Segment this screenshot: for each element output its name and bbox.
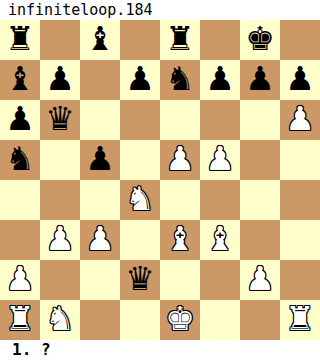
piece-black-bishop: ♝ (5, 59, 35, 99)
square-c3[interactable]: ♟ (80, 220, 120, 260)
square-d1[interactable] (120, 300, 160, 340)
square-d4[interactable]: ♞ (120, 180, 160, 220)
square-c2[interactable] (80, 260, 120, 300)
square-c5[interactable]: ♟ (80, 140, 120, 180)
piece-black-knight: ♞ (165, 59, 195, 99)
square-b6[interactable]: ♛ (40, 100, 80, 140)
square-e7[interactable]: ♞ (160, 60, 200, 100)
square-g1[interactable] (240, 300, 280, 340)
square-h4[interactable] (280, 180, 320, 220)
square-d8[interactable] (120, 20, 160, 60)
square-c4[interactable] (80, 180, 120, 220)
square-e2[interactable] (160, 260, 200, 300)
square-a5[interactable]: ♞ (0, 140, 40, 180)
square-f8[interactable] (200, 20, 240, 60)
piece-white-rook: ♜ (285, 299, 315, 339)
square-g5[interactable] (240, 140, 280, 180)
piece-white-pawn: ♟ (165, 139, 195, 179)
piece-white-pawn: ♟ (85, 219, 115, 259)
square-f4[interactable] (200, 180, 240, 220)
piece-black-knight: ♞ (5, 139, 35, 179)
square-h2[interactable] (280, 260, 320, 300)
square-h7[interactable]: ♟ (280, 60, 320, 100)
square-c7[interactable] (80, 60, 120, 100)
piece-white-pawn: ♟ (5, 259, 35, 299)
piece-black-pawn: ♟ (85, 139, 115, 179)
square-f1[interactable] (200, 300, 240, 340)
piece-black-pawn: ♟ (125, 59, 155, 99)
square-f6[interactable] (200, 100, 240, 140)
square-e3[interactable]: ♝ (160, 220, 200, 260)
square-a3[interactable] (0, 220, 40, 260)
square-f2[interactable] (200, 260, 240, 300)
piece-white-bishop: ♝ (165, 219, 195, 259)
piece-white-pawn: ♟ (285, 99, 315, 139)
square-b1[interactable]: ♞ (40, 300, 80, 340)
piece-black-pawn: ♟ (5, 99, 35, 139)
square-b5[interactable] (40, 140, 80, 180)
square-g7[interactable]: ♟ (240, 60, 280, 100)
square-e8[interactable]: ♜ (160, 20, 200, 60)
piece-white-knight: ♞ (125, 179, 155, 219)
square-e6[interactable] (160, 100, 200, 140)
square-c1[interactable] (80, 300, 120, 340)
piece-white-pawn: ♟ (205, 139, 235, 179)
piece-black-queen: ♛ (125, 259, 155, 299)
square-g2[interactable]: ♟ (240, 260, 280, 300)
square-h3[interactable] (280, 220, 320, 260)
square-f7[interactable]: ♟ (200, 60, 240, 100)
square-a4[interactable] (0, 180, 40, 220)
square-d2[interactable]: ♛ (120, 260, 160, 300)
piece-white-knight: ♞ (45, 299, 75, 339)
square-c8[interactable]: ♝ (80, 20, 120, 60)
chess-board: ♜♝♜♚♝♟♟♞♟♟♟♟♛♟♞♟♟♟♞♟♟♝♝♟♛♟♜♞♚♜ (0, 20, 320, 340)
square-h8[interactable] (280, 20, 320, 60)
square-e5[interactable]: ♟ (160, 140, 200, 180)
square-d7[interactable]: ♟ (120, 60, 160, 100)
piece-white-bishop: ♝ (205, 219, 235, 259)
square-d6[interactable] (120, 100, 160, 140)
square-h5[interactable] (280, 140, 320, 180)
square-b2[interactable] (40, 260, 80, 300)
move-prompt: 1. ? (0, 340, 320, 360)
piece-white-pawn: ♟ (245, 259, 275, 299)
piece-black-king: ♚ (245, 19, 275, 59)
square-b7[interactable]: ♟ (40, 60, 80, 100)
square-d3[interactable] (120, 220, 160, 260)
square-g8[interactable]: ♚ (240, 20, 280, 60)
piece-white-rook: ♜ (5, 299, 35, 339)
piece-black-pawn: ♟ (45, 59, 75, 99)
piece-black-pawn: ♟ (205, 59, 235, 99)
square-a7[interactable]: ♝ (0, 60, 40, 100)
square-g3[interactable] (240, 220, 280, 260)
square-b4[interactable] (40, 180, 80, 220)
square-e1[interactable]: ♚ (160, 300, 200, 340)
square-g6[interactable] (240, 100, 280, 140)
square-f3[interactable]: ♝ (200, 220, 240, 260)
piece-black-pawn: ♟ (245, 59, 275, 99)
square-h6[interactable]: ♟ (280, 100, 320, 140)
square-e4[interactable] (160, 180, 200, 220)
square-f5[interactable]: ♟ (200, 140, 240, 180)
piece-white-king: ♚ (165, 299, 195, 339)
square-h1[interactable]: ♜ (280, 300, 320, 340)
piece-black-rook: ♜ (165, 19, 195, 59)
square-a6[interactable]: ♟ (0, 100, 40, 140)
square-d5[interactable] (120, 140, 160, 180)
piece-black-bishop: ♝ (85, 19, 115, 59)
square-a2[interactable]: ♟ (0, 260, 40, 300)
square-b8[interactable] (40, 20, 80, 60)
piece-white-pawn: ♟ (45, 219, 75, 259)
square-b3[interactable]: ♟ (40, 220, 80, 260)
piece-black-rook: ♜ (5, 19, 35, 59)
piece-black-queen: ♛ (45, 99, 75, 139)
square-g4[interactable] (240, 180, 280, 220)
window-title: infiniteloop.184 (0, 0, 320, 20)
piece-black-pawn: ♟ (285, 59, 315, 99)
square-a8[interactable]: ♜ (0, 20, 40, 60)
square-a1[interactable]: ♜ (0, 300, 40, 340)
square-c6[interactable] (80, 100, 120, 140)
